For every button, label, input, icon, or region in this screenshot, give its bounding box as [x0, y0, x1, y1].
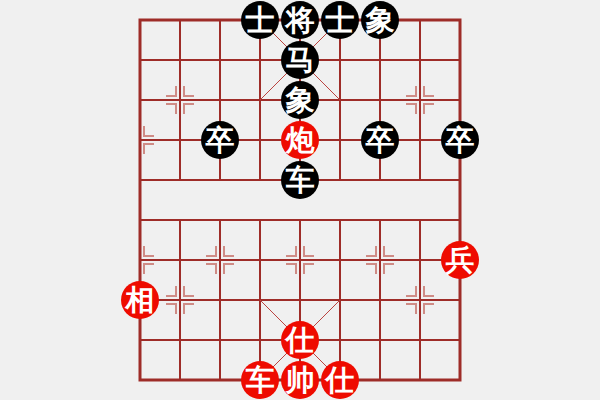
board-point: 车: [240, 360, 280, 400]
piece-black-elephant[interactable]: 象: [361, 1, 399, 39]
piece-red-advisor[interactable]: 仕: [281, 321, 319, 359]
board-point: 兵: [440, 240, 480, 280]
board-point: 炮: [280, 120, 320, 160]
board-point: 帅: [280, 360, 320, 400]
piece-red-chariot[interactable]: 车: [241, 361, 279, 399]
piece-black-king[interactable]: 将: [281, 1, 319, 39]
piece-red-cannon[interactable]: 炮: [281, 121, 319, 159]
board-point: 卒: [360, 120, 400, 160]
piece-red-pawn[interactable]: 兵: [441, 241, 479, 279]
board-point: 象: [360, 0, 400, 40]
piece-red-king[interactable]: 帅: [281, 361, 319, 399]
board-point: 士: [320, 0, 360, 40]
board-point: 相: [120, 280, 160, 320]
board-point: 车: [280, 160, 320, 200]
piece-black-pawn[interactable]: 卒: [361, 121, 399, 159]
piece-black-pawn[interactable]: 卒: [441, 121, 479, 159]
piece-black-pawn[interactable]: 卒: [201, 121, 239, 159]
board-point: 卒: [200, 120, 240, 160]
piece-black-chariot[interactable]: 车: [281, 161, 319, 199]
board-point: 仕: [320, 360, 360, 400]
piece-black-advisor[interactable]: 士: [241, 1, 279, 39]
board-point: 仕: [280, 320, 320, 360]
board-point: 马: [280, 40, 320, 80]
board-point: 士: [240, 0, 280, 40]
xiangqi-board: 士将士象马象卒炮卒卒车兵相仕车帅仕: [0, 0, 600, 400]
piece-grid: 士将士象马象卒炮卒卒车兵相仕车帅仕: [120, 0, 480, 400]
board-point: 象: [280, 80, 320, 120]
piece-red-advisor[interactable]: 仕: [321, 361, 359, 399]
board-point: 将: [280, 0, 320, 40]
piece-red-elephant[interactable]: 相: [121, 281, 159, 319]
piece-black-elephant[interactable]: 象: [281, 81, 319, 119]
board-point: 卒: [440, 120, 480, 160]
piece-black-horse[interactable]: 马: [281, 41, 319, 79]
piece-black-advisor[interactable]: 士: [321, 1, 359, 39]
